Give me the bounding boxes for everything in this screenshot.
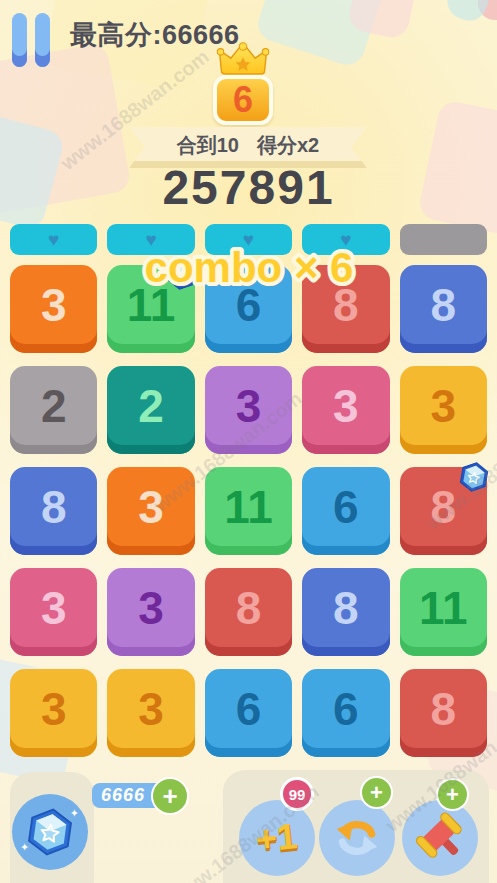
tile-8[interactable]: 8 [400,467,487,555]
tile-number: 11 [224,484,273,538]
life-slot-heart: ♥ [205,224,292,255]
plus-icon: + [162,781,177,812]
tile-number: 6 [333,484,359,538]
gem-currency-button[interactable]: ✦ ✦ [12,794,88,870]
gem-icon [25,807,75,857]
life-slot-heart: ♥ [302,224,389,255]
add-hammer-button[interactable]: + [436,778,469,811]
tile-3[interactable]: 3 [302,366,389,454]
tile-3[interactable]: 3 [107,467,194,555]
tile-number: 8 [431,282,457,336]
add-gems-button[interactable]: + [151,777,189,815]
current-score: 257891 [0,160,497,215]
high-score-label: 最高分:66666 [70,17,240,53]
tile-number: 2 [41,383,67,437]
tile-6[interactable]: 6 [302,669,389,757]
hammer-powerup-button[interactable] [402,800,478,876]
plus-icon: + [370,780,383,806]
tile-number: 3 [431,383,457,437]
tile-3[interactable]: 3 [10,265,97,353]
tile-number: 8 [236,585,262,639]
undo-powerup-button[interactable] [319,800,395,876]
tile-number: 8 [333,585,359,639]
heart-icon: ♥ [48,229,59,251]
plus-one-count-badge: 99 [280,777,314,811]
heart-icon: ♥ [145,229,156,251]
tile-number: 8 [431,686,457,740]
goal-banner-left: 合到10 [177,132,239,159]
lives-bar: ♥♥♥♥ [10,224,487,255]
tile-6[interactable]: 6 [205,265,292,353]
pause-icon [12,13,27,67]
tile-6[interactable]: 6 [302,467,389,555]
tile-number: 3 [138,585,164,639]
life-slot-heart: ♥ [10,224,97,255]
tile-8[interactable]: 8 [400,669,487,757]
plus-icon: + [446,782,459,808]
tile-8[interactable]: 8 [400,265,487,353]
sparkle-icon: ✦ [20,841,29,854]
gem-icon [458,461,490,493]
pause-icon [35,13,50,67]
board-grid: 311 68822333831168 33881133668 [10,265,487,757]
heart-icon: ♥ [243,229,254,251]
tile-number: 3 [138,484,164,538]
heart-icon: ♥ [340,229,351,251]
tile-3[interactable]: 3 [205,366,292,454]
undo-icon [331,812,383,864]
pause-button[interactable] [12,13,66,71]
game-screen: 最高分:66666 6 合到10 得分x2 257891 ♥♥♥♥ 311 68… [0,0,497,883]
tile-8[interactable]: 8 [205,568,292,656]
tile-11[interactable]: 11 [400,568,487,656]
tile-2[interactable]: 2 [107,366,194,454]
tile-11[interactable]: 11 [107,265,194,353]
tile-2[interactable]: 2 [10,366,97,454]
add-undo-button[interactable]: + [360,776,393,809]
tile-11[interactable]: 11 [205,467,292,555]
tile-number: 8 [41,484,67,538]
tile-number: 3 [41,686,67,740]
target-number-badge: 6 [213,75,273,125]
tile-8[interactable]: 8 [302,568,389,656]
tile-number: 3 [41,585,67,639]
plus-one-label: +1 [254,815,299,861]
life-slot-empty [400,224,487,255]
tile-3[interactable]: 3 [10,669,97,757]
hammer-icon [413,811,467,865]
tile-8[interactable]: 8 [302,265,389,353]
tile-3[interactable]: 3 [400,366,487,454]
tile-number: 6 [333,686,359,740]
tile-number: 8 [333,282,359,336]
tile-number: 11 [419,585,468,639]
tile-number: 3 [333,383,359,437]
tile-number: 8 [431,484,457,538]
tile-number: 6 [236,282,262,336]
tile-8[interactable]: 8 [10,467,97,555]
tile-number: 6 [236,686,262,740]
tile-number: 3 [41,282,67,336]
tile-number: 3 [236,383,262,437]
gem-icon [166,259,198,291]
target-number: 6 [233,79,253,121]
tile-3[interactable]: 3 [10,568,97,656]
tile-number: 3 [138,686,164,740]
tile-3[interactable]: 3 [107,669,194,757]
crown-icon [216,42,270,78]
tile-3[interactable]: 3 [107,568,194,656]
tile-6[interactable]: 6 [205,669,292,757]
life-slot-heart: ♥ [107,224,194,255]
sparkle-icon: ✦ [70,807,79,820]
plus-one-powerup-button[interactable]: +1 [239,800,315,876]
goal-banner-right: 得分x2 [257,132,319,159]
tile-number: 2 [138,383,164,437]
